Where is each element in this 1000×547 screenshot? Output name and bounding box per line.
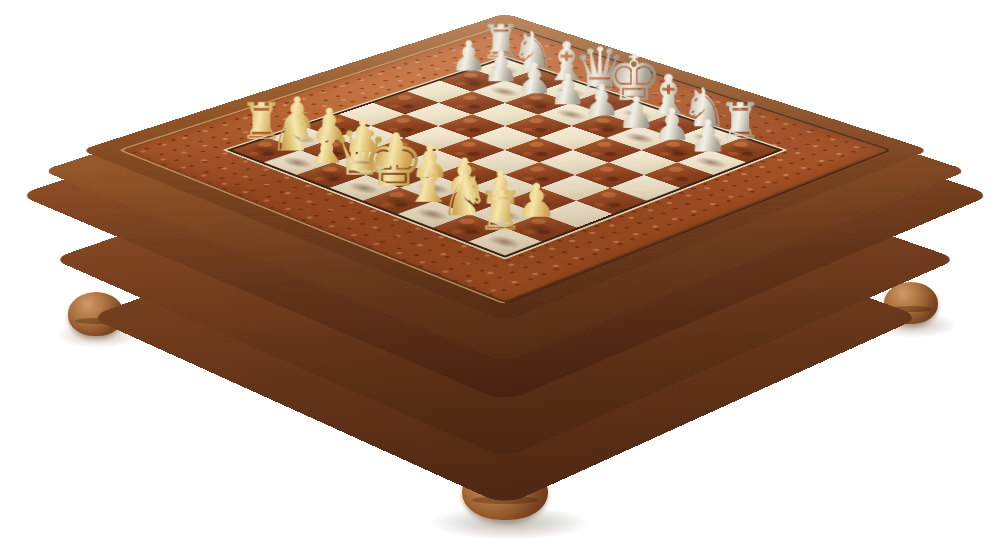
black-pawn[interactable]: ♟ (667, 115, 748, 159)
white-rook[interactable]: ♜ (458, 185, 544, 238)
chess-case-scene: ♜♞♝♛♚♝♞♜♟♟♟♟♟♟♟♟♟♟♟♟♟♟♟♟♜♞♝♛♚♝♞♜ (0, 0, 1000, 547)
product-photo-canvas: { "game": "chess", "position": { "fen": … (0, 0, 1000, 547)
